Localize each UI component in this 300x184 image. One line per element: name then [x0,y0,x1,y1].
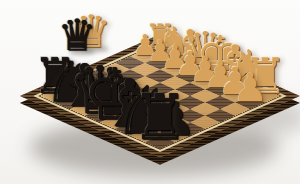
white-pawn[interactable]: ♟ [232,68,267,107]
chess-set-photo: ♜♞♝♛♚♝♞♜♟♟♟♟♟♟♟♟♟♟♟♟♟♟♟♟♜♞♝♛♚♝♞♜♛♛ [0,0,300,184]
black-rook[interactable]: ♜ [132,87,188,150]
